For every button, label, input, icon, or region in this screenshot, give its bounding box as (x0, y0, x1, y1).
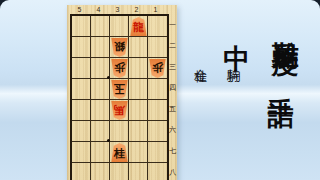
square-5二[interactable] (72, 37, 91, 58)
piece-glyph: 銀 (114, 41, 125, 52)
piece-glyph: 龍 (133, 22, 144, 33)
hand-pieces: 金桂 (191, 58, 209, 60)
square-3一[interactable] (110, 16, 129, 37)
puzzle-title: 5手詰 (264, 42, 299, 84)
rank-label-5: 五 (168, 98, 177, 119)
square-2六[interactable] (129, 121, 148, 142)
difficulty-value: 中 (219, 23, 255, 26)
square-1一[interactable] (148, 16, 167, 37)
square-3八[interactable] (110, 163, 129, 180)
piece-glyph: 桂 (114, 148, 125, 159)
rank-labels: 一二三四五六七八 (168, 14, 177, 180)
rank-label-1: 一 (168, 14, 177, 35)
square-5七[interactable] (72, 142, 91, 163)
square-5一[interactable] (72, 16, 91, 37)
rank-label-6: 六 (168, 119, 177, 140)
square-1六[interactable] (148, 121, 167, 142)
square-4二[interactable] (91, 37, 110, 58)
piece-glyph: 歩 (114, 62, 125, 73)
file-label-4: 4 (89, 5, 108, 14)
piece-glyph: 馬 (114, 104, 125, 115)
square-4一[interactable] (91, 16, 110, 37)
square-1七[interactable] (148, 142, 167, 163)
star-point (107, 76, 110, 79)
square-1二[interactable] (148, 37, 167, 58)
square-4八[interactable] (91, 163, 110, 180)
rank-label-7: 七 (168, 140, 177, 161)
square-2二[interactable] (129, 37, 148, 58)
square-2三[interactable] (129, 58, 148, 79)
square-1四[interactable] (148, 79, 167, 100)
rank-label-4: 四 (168, 77, 177, 98)
square-1八[interactable] (148, 163, 167, 180)
rank-label-8: 八 (168, 161, 177, 180)
file-labels: 54321 (70, 5, 165, 14)
square-5八[interactable] (72, 163, 91, 180)
square-2五[interactable] (129, 100, 148, 121)
shogi-board: 54321 一二三四五六七八 龍銀歩歩玉馬桂 (67, 5, 177, 180)
file-label-3: 3 (108, 5, 127, 14)
title-text: 5手詰 (264, 42, 299, 84)
hand-label: 持駒 (224, 58, 242, 60)
file-label-2: 2 (127, 5, 146, 14)
thumbnail-canvas: 54321 一二三四五六七八 龍銀歩歩玉馬桂 持駒 金桂 難易度 中 5手詰 (0, 0, 320, 180)
star-point (107, 139, 110, 142)
piece-glyph: 歩 (152, 62, 163, 73)
square-5三[interactable] (72, 58, 91, 79)
difficulty-label: 難易度 (267, 20, 303, 29)
square-4五[interactable] (91, 100, 110, 121)
hand-pieces-text: 持駒 金桂 (191, 58, 242, 60)
square-5四[interactable] (72, 79, 91, 100)
square-2七[interactable] (129, 142, 148, 163)
rank-label-2: 二 (168, 35, 177, 56)
rank-label-3: 三 (168, 56, 177, 77)
piece-glyph: 玉 (114, 83, 125, 94)
difficulty-text: 難易度 中 (219, 20, 303, 29)
square-2八[interactable] (129, 163, 148, 180)
square-1五[interactable] (148, 100, 167, 121)
square-5五[interactable] (72, 100, 91, 121)
square-5六[interactable] (72, 121, 91, 142)
square-4七[interactable] (91, 142, 110, 163)
file-label-5: 5 (70, 5, 89, 14)
square-4四[interactable] (91, 79, 110, 100)
square-3六[interactable] (110, 121, 129, 142)
file-label-1: 1 (146, 5, 165, 14)
square-2四[interactable] (129, 79, 148, 100)
